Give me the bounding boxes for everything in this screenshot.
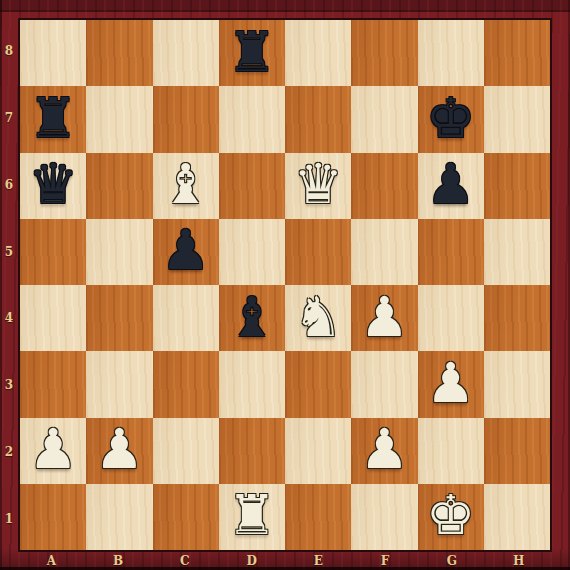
piece-black-bishop[interactable]: ♝ [227,290,276,345]
rank-label-1: 1 [0,512,18,526]
square-f1[interactable] [351,484,417,550]
square-e8[interactable] [285,20,351,86]
square-h2[interactable] [484,418,550,484]
file-label-h: H [485,554,552,568]
piece-white-pawn[interactable]: ♟ [95,422,144,477]
file-label-c: C [152,554,219,568]
square-f4[interactable]: ♟ [351,285,417,351]
square-c8[interactable] [153,20,219,86]
square-b4[interactable] [86,285,152,351]
piece-white-rook[interactable]: ♜ [227,488,276,543]
square-b6[interactable] [86,153,152,219]
rank-labels: 87654321 [0,18,18,552]
rank-label-6: 6 [0,178,18,192]
square-f6[interactable] [351,153,417,219]
square-g7[interactable]: ♚ [418,86,484,152]
piece-black-pawn[interactable]: ♟ [426,157,475,212]
square-c7[interactable] [153,86,219,152]
square-c6[interactable]: ♝ [153,153,219,219]
square-g6[interactable]: ♟ [418,153,484,219]
square-e5[interactable] [285,219,351,285]
square-f8[interactable] [351,20,417,86]
square-d5[interactable] [219,219,285,285]
piece-black-rook[interactable]: ♜ [227,25,276,80]
square-f5[interactable] [351,219,417,285]
rank-label-5: 5 [0,245,18,259]
square-g8[interactable] [418,20,484,86]
piece-black-rook[interactable]: ♜ [28,91,77,146]
piece-white-pawn[interactable]: ♟ [360,422,409,477]
piece-white-pawn[interactable]: ♟ [28,422,77,477]
square-a3[interactable] [20,351,86,417]
square-h5[interactable] [484,219,550,285]
chess-board: ♜♜♚♛♝♛♟♟♝♞♟♟♟♟♟♜♚ [18,18,552,552]
square-g2[interactable] [418,418,484,484]
square-h1[interactable] [484,484,550,550]
square-a4[interactable] [20,285,86,351]
square-d4[interactable]: ♝ [219,285,285,351]
file-labels: ABCDEFGH [18,552,552,570]
square-h8[interactable] [484,20,550,86]
square-a7[interactable]: ♜ [20,86,86,152]
square-e6[interactable]: ♛ [285,153,351,219]
rank-label-7: 7 [0,111,18,125]
square-a8[interactable] [20,20,86,86]
file-label-b: B [85,554,152,568]
square-b1[interactable] [86,484,152,550]
square-c2[interactable] [153,418,219,484]
square-d2[interactable] [219,418,285,484]
square-e3[interactable] [285,351,351,417]
square-e1[interactable] [285,484,351,550]
piece-black-queen[interactable]: ♛ [28,157,77,212]
piece-white-bishop[interactable]: ♝ [161,157,210,212]
square-h6[interactable] [484,153,550,219]
square-d7[interactable] [219,86,285,152]
square-a5[interactable] [20,219,86,285]
square-f2[interactable]: ♟ [351,418,417,484]
file-label-a: A [18,554,85,568]
square-c3[interactable] [153,351,219,417]
square-g1[interactable]: ♚ [418,484,484,550]
piece-white-king[interactable]: ♚ [426,488,475,543]
square-a6[interactable]: ♛ [20,153,86,219]
rank-label-2: 2 [0,445,18,459]
square-b3[interactable] [86,351,152,417]
square-c5[interactable]: ♟ [153,219,219,285]
piece-black-king[interactable]: ♚ [426,91,475,146]
piece-white-pawn[interactable]: ♟ [426,356,475,411]
file-label-d: D [218,554,285,568]
square-h7[interactable] [484,86,550,152]
piece-white-queen[interactable]: ♛ [293,157,342,212]
square-g3[interactable]: ♟ [418,351,484,417]
square-d6[interactable] [219,153,285,219]
square-c1[interactable] [153,484,219,550]
square-e2[interactable] [285,418,351,484]
file-label-g: G [419,554,486,568]
square-g4[interactable] [418,285,484,351]
square-a1[interactable] [20,484,86,550]
square-d8[interactable]: ♜ [219,20,285,86]
square-f3[interactable] [351,351,417,417]
square-c4[interactable] [153,285,219,351]
piece-white-pawn[interactable]: ♟ [360,290,409,345]
chess-board-frame: 87654321 ABCDEFGH ♜♜♚♛♝♛♟♟♝♞♟♟♟♟♟♜♚ [0,0,570,570]
square-b7[interactable] [86,86,152,152]
square-b8[interactable] [86,20,152,86]
rank-label-4: 4 [0,311,18,325]
rank-label-3: 3 [0,378,18,392]
square-b5[interactable] [86,219,152,285]
square-h3[interactable] [484,351,550,417]
square-e7[interactable] [285,86,351,152]
rank-label-8: 8 [0,44,18,58]
square-a2[interactable]: ♟ [20,418,86,484]
square-g5[interactable] [418,219,484,285]
square-d1[interactable]: ♜ [219,484,285,550]
file-label-e: E [285,554,352,568]
file-label-f: F [352,554,419,568]
piece-white-knight[interactable]: ♞ [293,290,342,345]
piece-black-pawn[interactable]: ♟ [161,223,210,278]
square-e4[interactable]: ♞ [285,285,351,351]
square-b2[interactable]: ♟ [86,418,152,484]
square-f7[interactable] [351,86,417,152]
square-h4[interactable] [484,285,550,351]
square-d3[interactable] [219,351,285,417]
